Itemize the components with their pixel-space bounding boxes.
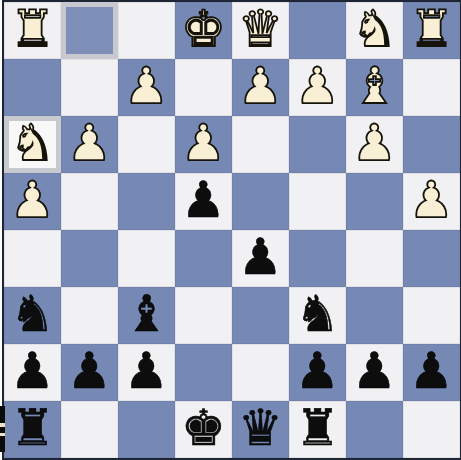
white-knight[interactable]: ♞	[10, 115, 55, 172]
square-b2[interactable]: ♝	[346, 59, 403, 116]
square-h4[interactable]: ♟	[4, 173, 61, 230]
white-pawn[interactable]: ♟	[409, 172, 454, 229]
chess-board: ♜♚♛♞♜♟♟♟♝♞♟♟♟♟♟♟♟♞♝♞♟♟♟♟♟♟♜♚♛♜	[4, 2, 460, 458]
square-h8[interactable]: ♜	[4, 401, 61, 458]
square-a5[interactable]	[403, 230, 460, 287]
square-e3[interactable]: ♟	[175, 116, 232, 173]
square-a8[interactable]	[403, 401, 460, 458]
square-f4[interactable]	[118, 173, 175, 230]
white-rook[interactable]: ♜	[409, 1, 454, 58]
square-d6[interactable]	[232, 287, 289, 344]
black-pawn[interactable]: ♟	[238, 229, 283, 286]
square-c1[interactable]	[289, 2, 346, 59]
square-h2[interactable]	[4, 59, 61, 116]
square-a7[interactable]: ♟	[403, 344, 460, 401]
square-f2[interactable]: ♟	[118, 59, 175, 116]
square-d8[interactable]: ♛	[232, 401, 289, 458]
square-b3[interactable]: ♟	[346, 116, 403, 173]
square-f3[interactable]	[118, 116, 175, 173]
square-e1[interactable]: ♚	[175, 2, 232, 59]
square-f7[interactable]: ♟	[118, 344, 175, 401]
square-g7[interactable]: ♟	[61, 344, 118, 401]
black-pawn[interactable]: ♟	[295, 343, 340, 400]
cutoff-piece-fragment	[0, 406, 5, 452]
black-knight[interactable]: ♞	[295, 286, 340, 343]
square-h1[interactable]: ♜	[4, 2, 61, 59]
square-d2[interactable]: ♟	[232, 59, 289, 116]
square-g1[interactable]	[61, 2, 118, 59]
black-pawn[interactable]: ♟	[67, 343, 112, 400]
white-king[interactable]: ♚	[181, 1, 226, 58]
square-d3[interactable]	[232, 116, 289, 173]
square-g5[interactable]	[61, 230, 118, 287]
square-e7[interactable]	[175, 344, 232, 401]
square-d5[interactable]: ♟	[232, 230, 289, 287]
black-bishop[interactable]: ♝	[124, 286, 169, 343]
black-king[interactable]: ♚	[181, 400, 226, 457]
white-pawn[interactable]: ♟	[10, 172, 55, 229]
square-e5[interactable]	[175, 230, 232, 287]
square-c6[interactable]: ♞	[289, 287, 346, 344]
square-g2[interactable]	[61, 59, 118, 116]
square-h5[interactable]	[4, 230, 61, 287]
black-pawn[interactable]: ♟	[10, 343, 55, 400]
square-a2[interactable]	[403, 59, 460, 116]
square-d1[interactable]: ♛	[232, 2, 289, 59]
square-g4[interactable]	[61, 173, 118, 230]
square-g3[interactable]: ♟	[61, 116, 118, 173]
black-rook[interactable]: ♜	[295, 400, 340, 457]
square-e6[interactable]	[175, 287, 232, 344]
white-pawn[interactable]: ♟	[181, 115, 226, 172]
square-h3[interactable]: ♞	[4, 116, 61, 173]
square-a4[interactable]: ♟	[403, 173, 460, 230]
black-queen[interactable]: ♛	[238, 400, 283, 457]
black-knight[interactable]: ♞	[10, 286, 55, 343]
square-f5[interactable]	[118, 230, 175, 287]
white-rook[interactable]: ♜	[10, 1, 55, 58]
black-rook[interactable]: ♜	[10, 400, 55, 457]
white-pawn[interactable]: ♟	[295, 58, 340, 115]
square-f8[interactable]	[118, 401, 175, 458]
square-c5[interactable]	[289, 230, 346, 287]
black-pawn[interactable]: ♟	[124, 343, 169, 400]
square-h7[interactable]: ♟	[4, 344, 61, 401]
square-c7[interactable]: ♟	[289, 344, 346, 401]
square-c4[interactable]	[289, 173, 346, 230]
white-knight[interactable]: ♞	[352, 1, 397, 58]
square-g6[interactable]	[61, 287, 118, 344]
square-b4[interactable]	[346, 173, 403, 230]
square-b5[interactable]	[346, 230, 403, 287]
square-b1[interactable]: ♞	[346, 2, 403, 59]
white-pawn[interactable]: ♟	[238, 58, 283, 115]
square-e4[interactable]: ♟	[175, 173, 232, 230]
square-e8[interactable]: ♚	[175, 401, 232, 458]
white-pawn[interactable]: ♟	[352, 115, 397, 172]
black-pawn[interactable]: ♟	[352, 343, 397, 400]
square-e2[interactable]	[175, 59, 232, 116]
square-b8[interactable]	[346, 401, 403, 458]
square-a6[interactable]	[403, 287, 460, 344]
white-queen[interactable]: ♛	[238, 1, 283, 58]
square-d4[interactable]	[232, 173, 289, 230]
square-a1[interactable]: ♜	[403, 2, 460, 59]
square-c8[interactable]: ♜	[289, 401, 346, 458]
white-bishop[interactable]: ♝	[352, 58, 397, 115]
square-c2[interactable]: ♟	[289, 59, 346, 116]
square-a3[interactable]	[403, 116, 460, 173]
square-f1[interactable]	[118, 2, 175, 59]
square-b6[interactable]	[346, 287, 403, 344]
board-frame: ♜♚♛♞♜♟♟♟♝♞♟♟♟♟♟♟♟♞♝♞♟♟♟♟♟♟♜♚♛♜	[2, 0, 461, 460]
black-pawn[interactable]: ♟	[181, 172, 226, 229]
square-h6[interactable]: ♞	[4, 287, 61, 344]
square-c3[interactable]	[289, 116, 346, 173]
white-pawn[interactable]: ♟	[67, 115, 112, 172]
white-pawn[interactable]: ♟	[124, 58, 169, 115]
square-f6[interactable]: ♝	[118, 287, 175, 344]
square-b7[interactable]: ♟	[346, 344, 403, 401]
square-d7[interactable]	[232, 344, 289, 401]
square-g8[interactable]	[61, 401, 118, 458]
black-pawn[interactable]: ♟	[409, 343, 454, 400]
